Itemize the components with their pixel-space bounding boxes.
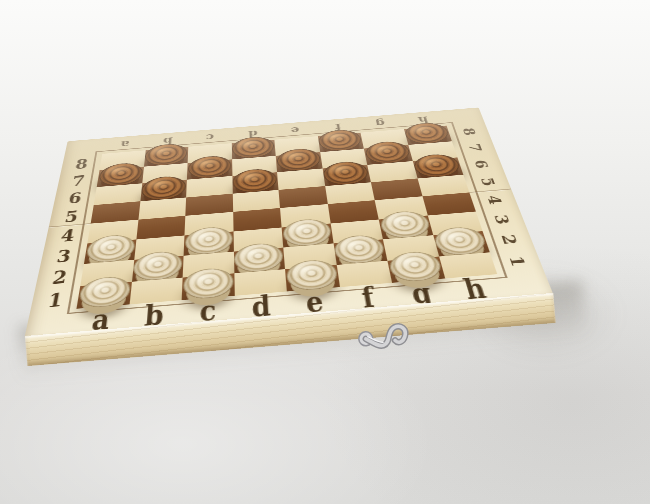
- coordinate-label-2: 2: [33, 256, 85, 299]
- square-d1[interactable]: [234, 269, 287, 296]
- coordinate-label-3: 3: [38, 235, 89, 276]
- square-a1[interactable]: [76, 282, 131, 309]
- square-g1[interactable]: [387, 256, 444, 283]
- square-e1[interactable]: [285, 265, 339, 292]
- square-b1[interactable]: [129, 277, 183, 304]
- checkers-product-photo: abcdefgh abcdefgh 87654321 87654321: [0, 0, 650, 504]
- coordinate-label-1: 1: [28, 277, 82, 322]
- board-grid: [76, 126, 497, 309]
- coordinate-label-7: 7: [55, 164, 100, 198]
- square-h1[interactable]: [439, 252, 498, 278]
- square-f1[interactable]: [336, 260, 392, 287]
- coordinate-label-4: 4: [43, 216, 92, 255]
- clasp-hook-icon: [350, 309, 426, 371]
- coordinate-label-6: 6: [51, 180, 98, 215]
- square-c1[interactable]: [182, 273, 235, 300]
- coordinate-label-8: 8: [59, 148, 103, 180]
- coordinate-label-5: 5: [47, 198, 95, 235]
